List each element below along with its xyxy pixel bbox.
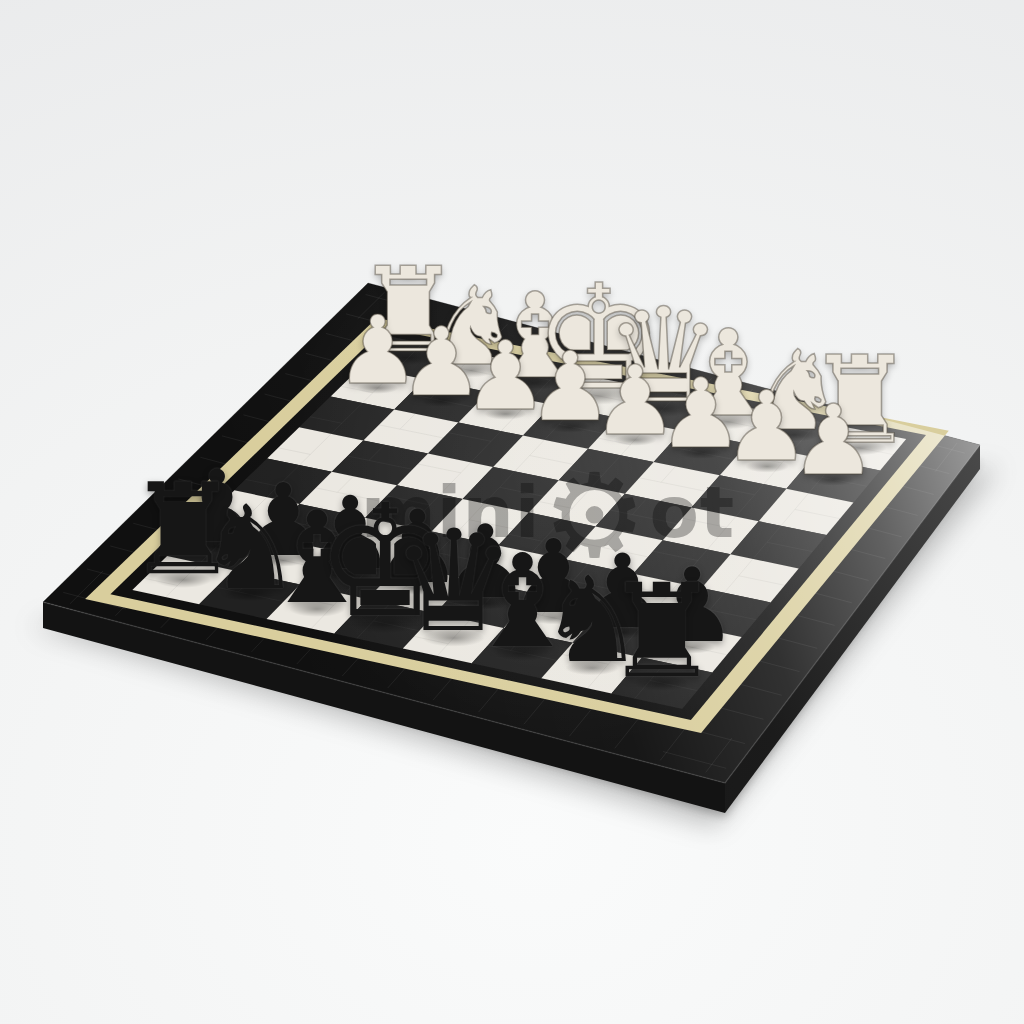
product-render: mini ⚙ ot ♜♞♝♚♛♝♞♜♟♟♟♟♟♟♟♟♟♟♟♟♟♟♟♟♜♞♝♚♛♝…	[0, 0, 1024, 1024]
sheen-right	[43, 283, 980, 783]
chessboard	[0, 0, 1024, 1024]
